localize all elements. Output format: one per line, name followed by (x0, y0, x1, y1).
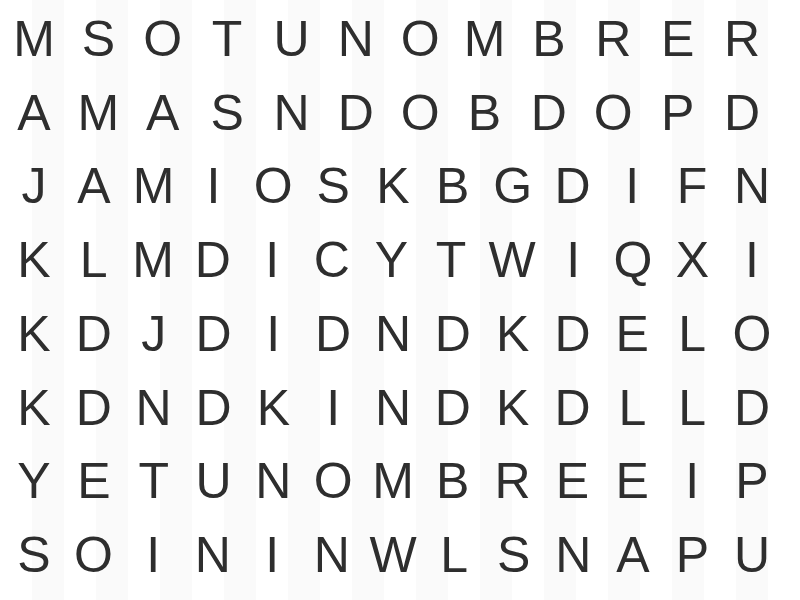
grid-cell-r4c12[interactable]: X (670, 235, 714, 285)
grid-cell-r1c8[interactable]: M (463, 14, 507, 64)
grid-cell-r6c3[interactable]: N (132, 383, 176, 433)
grid-cell-r5c2[interactable]: D (72, 309, 116, 359)
grid-row-2: AMASNDOBDOPD (12, 76, 774, 150)
grid-cell-r6c13[interactable]: D (730, 383, 774, 433)
grid-cell-r6c12[interactable]: L (670, 383, 714, 433)
grid-cell-r7c12[interactable]: I (670, 456, 714, 506)
grid-cell-r8c8[interactable]: L (432, 530, 476, 580)
grid-cell-r1c7[interactable]: O (398, 14, 442, 64)
grid-cell-r3c3[interactable]: M (132, 161, 176, 211)
grid-cell-r7c11[interactable]: E (610, 456, 654, 506)
grid-cell-r1c1[interactable]: M (12, 14, 56, 64)
grid-cell-r4c9[interactable]: W (489, 235, 536, 285)
grid-cell-r6c6[interactable]: I (311, 383, 355, 433)
word-search-grid: MSOTUNOMBRERAMASNDOBDOPDJAMIOSKBGDIFNKLM… (0, 0, 800, 600)
grid-cell-r7c10[interactable]: E (550, 456, 594, 506)
grid-cell-r8c1[interactable]: S (12, 530, 56, 580)
grid-cell-r5c11[interactable]: E (610, 309, 654, 359)
grid-row-6: KDNDKINDKDLLD (12, 371, 774, 445)
grid-cell-r2c3[interactable]: A (141, 88, 185, 138)
grid-cell-r6c2[interactable]: D (72, 383, 116, 433)
grid-cell-r6c1[interactable]: K (12, 383, 56, 433)
grid-cell-r7c5[interactable]: N (251, 456, 295, 506)
grid-cell-r7c1[interactable]: Y (12, 456, 56, 506)
grid-cell-r7c4[interactable]: U (191, 456, 235, 506)
grid-cell-r8c13[interactable]: U (730, 530, 774, 580)
grid-cell-r4c11[interactable]: Q (611, 235, 655, 285)
grid-cell-r4c4[interactable]: D (191, 235, 235, 285)
grid-cell-r7c6[interactable]: O (311, 456, 355, 506)
grid-cell-r5c1[interactable]: K (12, 309, 56, 359)
grid-cell-r8c2[interactable]: O (72, 530, 116, 580)
grid-cell-r3c10[interactable]: D (550, 161, 594, 211)
grid-cell-r7c8[interactable]: B (431, 456, 475, 506)
grid-cell-r2c8[interactable]: B (463, 88, 507, 138)
grid-cell-r6c5[interactable]: K (251, 383, 295, 433)
grid-cell-r1c4[interactable]: T (205, 14, 249, 64)
grid-row-7: YETUNOMBREEIP (12, 445, 774, 519)
grid-cell-r6c4[interactable]: D (191, 383, 235, 433)
grid-cell-r4c7[interactable]: Y (369, 235, 413, 285)
grid-cell-r1c9[interactable]: B (527, 14, 571, 64)
grid-cell-r2c10[interactable]: O (591, 88, 635, 138)
grid-cell-r1c5[interactable]: U (269, 14, 313, 64)
grid-cell-r8c11[interactable]: A (611, 530, 655, 580)
grid-cell-r7c7[interactable]: M (371, 456, 415, 506)
grid-cell-r5c4[interactable]: D (191, 309, 235, 359)
grid-cell-r6c11[interactable]: L (610, 383, 654, 433)
grid-cell-r3c12[interactable]: F (670, 161, 714, 211)
grid-cell-r7c2[interactable]: E (72, 456, 116, 506)
grid-cell-r8c6[interactable]: N (310, 530, 354, 580)
grid-cell-r6c10[interactable]: D (550, 383, 594, 433)
grid-cell-r2c2[interactable]: M (76, 88, 120, 138)
grid-cell-r4c13[interactable]: I (730, 235, 774, 285)
grid-cell-r2c7[interactable]: O (398, 88, 442, 138)
grid-cell-r1c10[interactable]: R (591, 14, 635, 64)
grid-cell-r1c2[interactable]: S (76, 14, 120, 64)
grid-cell-r1c3[interactable]: O (141, 14, 185, 64)
grid-cell-r5c13[interactable]: O (730, 309, 774, 359)
grid-cell-r6c7[interactable]: N (371, 383, 415, 433)
grid-cell-r3c2[interactable]: A (72, 161, 116, 211)
grid-cell-r7c3[interactable]: T (132, 456, 176, 506)
grid-cell-r2c1[interactable]: A (12, 88, 56, 138)
grid-cell-r8c4[interactable]: N (191, 530, 235, 580)
grid-cell-r4c8[interactable]: T (429, 235, 473, 285)
grid-cell-r3c6[interactable]: S (311, 161, 355, 211)
grid-cell-r8c7[interactable]: W (369, 530, 416, 580)
grid-cell-r5c6[interactable]: D (311, 309, 355, 359)
grid-cell-r5c8[interactable]: D (431, 309, 475, 359)
grid-cell-r8c5[interactable]: I (250, 530, 294, 580)
grid-cell-r5c12[interactable]: L (670, 309, 714, 359)
grid-row-1: MSOTUNOMBRER (12, 2, 774, 76)
grid-row-5: KDJDIDNDKDELO (12, 297, 774, 371)
grid-cell-r2c11[interactable]: P (656, 88, 700, 138)
grid-cell-r3c5[interactable]: O (251, 161, 295, 211)
grid-cell-r1c12[interactable]: R (720, 14, 764, 64)
grid-cell-r4c10[interactable]: I (551, 235, 595, 285)
grid-cell-r4c2[interactable]: L (72, 235, 116, 285)
grid-cell-r8c10[interactable]: N (551, 530, 595, 580)
grid-cell-r4c6[interactable]: C (310, 235, 354, 285)
grid-cell-r7c13[interactable]: P (730, 456, 774, 506)
grid-cell-r3c9[interactable]: G (491, 161, 535, 211)
grid-cell-r3c11[interactable]: I (610, 161, 654, 211)
grid-cell-r3c13[interactable]: N (730, 161, 774, 211)
grid-cell-r5c10[interactable]: D (550, 309, 594, 359)
grid-cell-r3c4[interactable]: I (191, 161, 235, 211)
grid-cell-r4c5[interactable]: I (250, 235, 294, 285)
grid-cell-r6c8[interactable]: D (431, 383, 475, 433)
grid-cell-r3c1[interactable]: J (12, 161, 56, 211)
grid-cell-r5c3[interactable]: J (132, 309, 176, 359)
grid-cell-r2c4[interactable]: S (205, 88, 249, 138)
grid-cell-r1c11[interactable]: E (656, 14, 700, 64)
grid-cell-r2c6[interactable]: D (334, 88, 378, 138)
grid-cell-r3c8[interactable]: B (431, 161, 475, 211)
grid-cell-r8c3[interactable]: I (131, 530, 175, 580)
grid-cell-r8c12[interactable]: P (670, 530, 714, 580)
grid-cell-r3c7[interactable]: K (371, 161, 415, 211)
grid-cell-r4c1[interactable]: K (12, 235, 56, 285)
grid-row-8: SOININWLSNAPU (12, 518, 774, 592)
grid-cell-r5c7[interactable]: N (371, 309, 415, 359)
grid-cell-r8c9[interactable]: S (492, 530, 536, 580)
grid-cell-r4c3[interactable]: M (131, 235, 175, 285)
grid-cell-r7c9[interactable]: R (491, 456, 535, 506)
grid-cell-r6c9[interactable]: K (491, 383, 535, 433)
grid-cell-r5c5[interactable]: I (251, 309, 295, 359)
grid-cell-r5c9[interactable]: K (491, 309, 535, 359)
grid-row-3: JAMIOSKBGDIFN (12, 150, 774, 224)
grid-cell-r2c9[interactable]: D (527, 88, 571, 138)
grid-row-4: KLMDICYTWIQXI (12, 223, 774, 297)
grid-cell-r2c12[interactable]: D (720, 88, 764, 138)
grid-cell-r1c6[interactable]: N (334, 14, 378, 64)
grid-cell-r2c5[interactable]: N (269, 88, 313, 138)
